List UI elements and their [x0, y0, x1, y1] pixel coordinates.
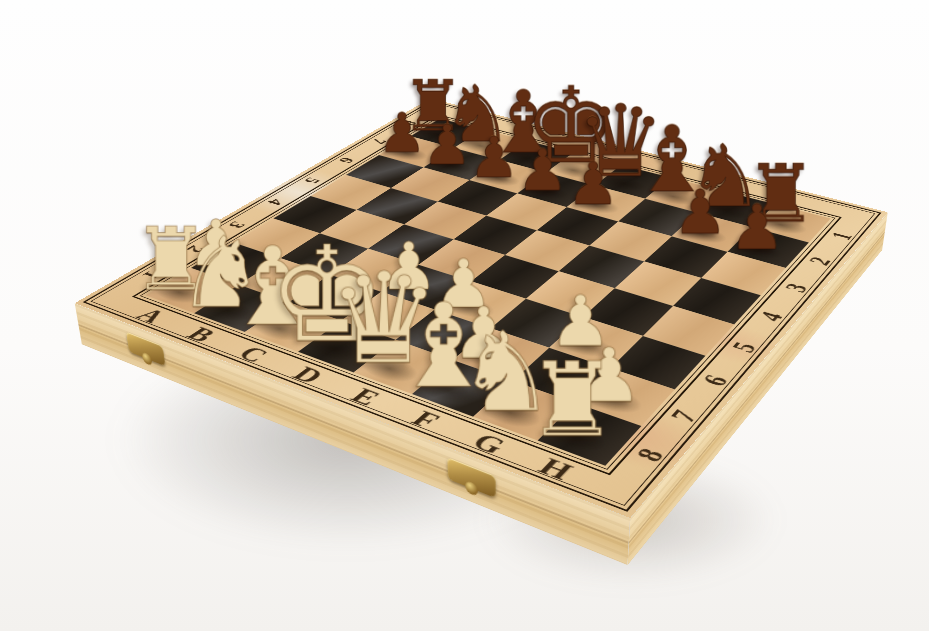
- rank-label-right-printed-7: 7: [664, 407, 705, 427]
- brass-latch-right: [448, 457, 496, 498]
- rank-label-right-printed-5: 5: [726, 339, 764, 356]
- black-pawn-a7[interactable]: ♟: [378, 106, 427, 160]
- rank-label-left-4: 4: [262, 197, 289, 207]
- brass-latch-left: [126, 332, 165, 367]
- black-pawn-c7[interactable]: ♟: [469, 130, 520, 186]
- black-pawn-h7[interactable]: ♟: [729, 197, 785, 259]
- rank-label-right-printed-4: 4: [753, 309, 790, 325]
- perspective-wrapper: ♜♞♝♚♛♝♞♜♟♟♟♟♟♟♟♟♟♟♟♟♟♜♞♝♚♛♝♞♜ABCDEFGH123…: [0, 0, 929, 631]
- rank-label-right-printed-6: 6: [696, 372, 736, 390]
- file-label-d: D: [286, 362, 330, 388]
- rank-label-right-printed-8: 8: [629, 445, 672, 466]
- file-label-b: B: [180, 323, 222, 346]
- rank-label-right-printed-2: 2: [803, 254, 838, 268]
- rank-label-left-6: 6: [334, 156, 359, 165]
- file-label-h: H: [532, 453, 580, 486]
- rank-label-left-5: 5: [299, 176, 325, 186]
- rank-label-right-printed-3: 3: [779, 281, 815, 296]
- black-pawn-d7[interactable]: ♟: [517, 142, 569, 200]
- file-label-e: E: [344, 383, 387, 410]
- black-pawn-g7[interactable]: ♟: [673, 182, 728, 243]
- black-pawn-e7[interactable]: ♟: [567, 155, 620, 214]
- file-label-f: F: [405, 406, 447, 433]
- chess-photo-scene: ♜♞♝♚♛♝♞♜♟♟♟♟♟♟♟♟♟♟♟♟♟♜♞♝♚♛♝♞♜ABCDEFGH123…: [0, 0, 929, 631]
- black-pawn-b7[interactable]: ♟: [422, 118, 472, 173]
- white-rook-h1[interactable]: ♜: [526, 349, 618, 452]
- board-surface: ♜♞♝♚♛♝♞♜♟♟♟♟♟♟♟♟♟♟♟♟♟♜♞♝♚♛♝♞♜ABCDEFGH123…: [75, 98, 888, 518]
- file-label-a: A: [129, 304, 172, 327]
- rank-label-right-printed-1: 1: [825, 230, 859, 243]
- file-label-g: G: [465, 428, 512, 459]
